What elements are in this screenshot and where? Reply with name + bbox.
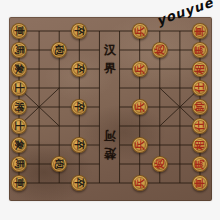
piece-character: 卒 <box>72 100 86 114</box>
piece-black-cannon: 砲 <box>51 156 67 172</box>
piece-character: 砲 <box>52 43 66 57</box>
piece-character: 車 <box>12 176 26 190</box>
piece-character: 卒 <box>72 138 86 152</box>
piece-character: 象 <box>12 62 26 76</box>
piece-character: 炮 <box>153 157 167 171</box>
piece-black-chariot: 車 <box>11 175 27 191</box>
piece-character: 帥 <box>193 100 207 114</box>
piece-character: 兵 <box>133 62 147 76</box>
piece-black-horse: 馬 <box>11 156 27 172</box>
piece-character: 卒 <box>72 24 86 38</box>
piece-character: 車 <box>193 24 207 38</box>
piece-character: 車 <box>193 176 207 190</box>
piece-character: 車 <box>12 24 26 38</box>
piece-character: 士 <box>12 81 26 95</box>
piece-black-chariot: 車 <box>11 23 27 39</box>
piece-character: 士 <box>12 119 26 133</box>
piece-character: 馬 <box>193 43 207 57</box>
piece-red-elephant: 相 <box>192 137 208 153</box>
piece-character: 砲 <box>52 157 66 171</box>
piece-character: 兵 <box>133 100 147 114</box>
piece-character: 卒 <box>72 176 86 190</box>
piece-red-soldier: 兵 <box>132 137 148 153</box>
piece-character: 仕 <box>193 119 207 133</box>
piece-character: 兵 <box>133 176 147 190</box>
piece-red-chariot: 車 <box>192 23 208 39</box>
piece-red-elephant: 相 <box>192 61 208 77</box>
piece-red-horse: 馬 <box>192 156 208 172</box>
river-label-chu-he: 楚河 <box>103 127 117 163</box>
product-photo-stage: 汉界 楚河 車馬象士將士象馬車砲砲卒卒卒卒卒兵兵兵兵兵炮炮車馬相仕帥仕相馬車 y… <box>0 0 220 220</box>
piece-black-soldier: 卒 <box>71 175 87 191</box>
piece-character: 炮 <box>153 43 167 57</box>
piece-red-chariot: 車 <box>192 175 208 191</box>
river-label-han-jie: 汉界 <box>103 41 117 77</box>
piece-black-elephant: 象 <box>11 61 27 77</box>
piece-red-soldier: 兵 <box>132 175 148 191</box>
piece-red-general: 帥 <box>192 99 208 115</box>
piece-character: 馬 <box>12 157 26 171</box>
piece-character: 卒 <box>72 62 86 76</box>
piece-black-general: 將 <box>11 99 27 115</box>
piece-character: 相 <box>193 138 207 152</box>
piece-black-cannon: 砲 <box>51 42 67 58</box>
piece-black-horse: 馬 <box>11 42 27 58</box>
piece-red-advisor: 仕 <box>192 80 208 96</box>
piece-red-soldier: 兵 <box>132 61 148 77</box>
piece-character: 馬 <box>12 43 26 57</box>
piece-black-elephant: 象 <box>11 137 27 153</box>
piece-red-soldier: 兵 <box>132 99 148 115</box>
piece-black-soldier: 卒 <box>71 61 87 77</box>
piece-black-soldier: 卒 <box>71 99 87 115</box>
piece-character: 馬 <box>193 157 207 171</box>
piece-red-cannon: 炮 <box>152 42 168 58</box>
piece-character: 兵 <box>133 24 147 38</box>
piece-character: 象 <box>12 138 26 152</box>
piece-character: 兵 <box>133 138 147 152</box>
piece-red-horse: 馬 <box>192 42 208 58</box>
xiangqi-board: 汉界 楚河 車馬象士將士象馬車砲砲卒卒卒卒卒兵兵兵兵兵炮炮車馬相仕帥仕相馬車 <box>9 17 212 201</box>
piece-black-advisor: 士 <box>11 118 27 134</box>
piece-black-soldier: 卒 <box>71 137 87 153</box>
piece-red-soldier: 兵 <box>132 23 148 39</box>
piece-red-advisor: 仕 <box>192 118 208 134</box>
piece-character: 仕 <box>193 81 207 95</box>
piece-red-cannon: 炮 <box>152 156 168 172</box>
piece-character: 將 <box>12 100 26 114</box>
piece-black-advisor: 士 <box>11 80 27 96</box>
piece-character: 相 <box>193 62 207 76</box>
piece-black-soldier: 卒 <box>71 23 87 39</box>
